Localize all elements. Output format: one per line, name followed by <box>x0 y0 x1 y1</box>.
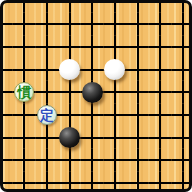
intersection-7-6[interactable] <box>149 126 172 149</box>
intersection-5-7[interactable] <box>104 149 127 172</box>
go-board[interactable]: ○○●●慣定 <box>0 0 192 192</box>
intersection-6-5[interactable] <box>126 104 149 127</box>
board-grid: ○○●●慣定 <box>0 0 192 192</box>
intersection-8-2[interactable] <box>172 36 192 59</box>
intersection-6-2[interactable] <box>126 36 149 59</box>
intersection-4-2[interactable] <box>81 36 104 59</box>
intersection-7-4[interactable] <box>149 81 172 104</box>
intersection-4-6[interactable] <box>81 126 104 149</box>
intersection-4-3[interactable] <box>81 58 104 81</box>
intersection-5-1[interactable] <box>104 13 127 36</box>
intersection-8-5[interactable] <box>172 104 192 127</box>
intersection-2-6[interactable] <box>36 126 59 149</box>
intersection-7-2[interactable] <box>149 36 172 59</box>
intersection-5-0[interactable] <box>104 0 127 13</box>
intersection-7-3[interactable] <box>149 58 172 81</box>
intersection-7-0[interactable] <box>149 0 172 13</box>
intersection-2-0[interactable] <box>36 0 59 13</box>
intersection-1-0[interactable] <box>13 0 36 13</box>
intersection-0-3[interactable] <box>0 58 13 81</box>
intersection-6-8[interactable] <box>126 172 149 192</box>
intersection-4-7[interactable] <box>81 149 104 172</box>
intersection-1-3[interactable] <box>13 58 36 81</box>
intersection-3-7[interactable] <box>58 149 81 172</box>
intersection-4-1[interactable] <box>81 13 104 36</box>
intersection-7-1[interactable] <box>149 13 172 36</box>
intersection-3-2[interactable] <box>58 36 81 59</box>
intersection-3-6[interactable] <box>58 126 81 149</box>
intersection-3-0[interactable] <box>58 0 81 13</box>
intersection-4-4[interactable] <box>81 81 104 104</box>
intersection-2-2[interactable] <box>36 36 59 59</box>
intersection-8-7[interactable] <box>172 149 192 172</box>
intersection-7-8[interactable] <box>149 172 172 192</box>
intersection-6-0[interactable] <box>126 0 149 13</box>
intersection-4-0[interactable] <box>81 0 104 13</box>
intersection-2-4[interactable] <box>36 81 59 104</box>
point-label-定[interactable]: 定 <box>37 105 57 125</box>
intersection-7-7[interactable] <box>149 149 172 172</box>
intersection-6-6[interactable] <box>126 126 149 149</box>
intersection-3-4[interactable] <box>58 81 81 104</box>
intersection-0-6[interactable] <box>0 126 13 149</box>
intersection-6-1[interactable] <box>126 13 149 36</box>
intersection-3-3[interactable] <box>58 58 81 81</box>
intersection-0-0[interactable] <box>0 0 13 13</box>
intersection-0-5[interactable] <box>0 104 13 127</box>
intersection-3-5[interactable] <box>58 104 81 127</box>
intersection-2-8[interactable] <box>36 172 59 192</box>
intersection-2-3[interactable] <box>36 58 59 81</box>
intersection-1-5[interactable] <box>13 104 36 127</box>
intersection-1-7[interactable] <box>13 149 36 172</box>
intersection-0-7[interactable] <box>0 149 13 172</box>
intersection-1-8[interactable] <box>13 172 36 192</box>
intersection-6-4[interactable] <box>126 81 149 104</box>
intersection-6-3[interactable] <box>126 58 149 81</box>
intersection-0-2[interactable] <box>0 36 13 59</box>
intersection-6-7[interactable] <box>126 149 149 172</box>
intersection-0-8[interactable] <box>0 172 13 192</box>
intersection-2-1[interactable] <box>36 13 59 36</box>
intersection-5-5[interactable] <box>104 104 127 127</box>
intersection-8-0[interactable] <box>172 0 192 13</box>
intersection-3-1[interactable] <box>58 13 81 36</box>
intersection-1-6[interactable] <box>13 126 36 149</box>
intersection-4-8[interactable] <box>81 172 104 192</box>
intersection-8-4[interactable] <box>172 81 192 104</box>
intersection-3-8[interactable] <box>58 172 81 192</box>
intersection-2-7[interactable] <box>36 149 59 172</box>
intersection-0-1[interactable] <box>0 13 13 36</box>
intersection-8-8[interactable] <box>172 172 192 192</box>
intersection-8-1[interactable] <box>172 13 192 36</box>
intersection-8-6[interactable] <box>172 126 192 149</box>
intersection-0-4[interactable] <box>0 81 13 104</box>
intersection-1-1[interactable] <box>13 13 36 36</box>
intersection-5-4[interactable] <box>104 81 127 104</box>
intersection-5-3[interactable] <box>104 58 127 81</box>
intersection-7-5[interactable] <box>149 104 172 127</box>
intersection-5-8[interactable] <box>104 172 127 192</box>
intersection-5-2[interactable] <box>104 36 127 59</box>
intersection-8-3[interactable] <box>172 58 192 81</box>
intersection-1-2[interactable] <box>13 36 36 59</box>
intersection-5-6[interactable] <box>104 126 127 149</box>
intersection-4-5[interactable] <box>81 104 104 127</box>
